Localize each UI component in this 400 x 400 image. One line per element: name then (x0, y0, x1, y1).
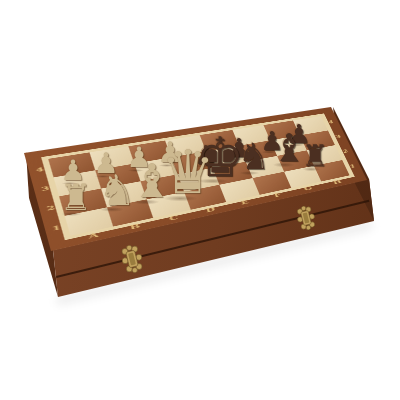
piece-white-knight-b2[interactable]: ♞ (98, 170, 136, 212)
piece-dark-rook-h2[interactable]: ♜ (302, 141, 329, 171)
piece-white-rook-a2[interactable]: ♜ (60, 180, 92, 216)
piece-white-bishop-c2[interactable]: ♝ (131, 158, 172, 204)
chess-box-scene: ABCDEFGH 4321 4321 ♜♞♝♛♟♟♟♟♚♞♝♜♟♟♟♟ (0, 0, 400, 400)
